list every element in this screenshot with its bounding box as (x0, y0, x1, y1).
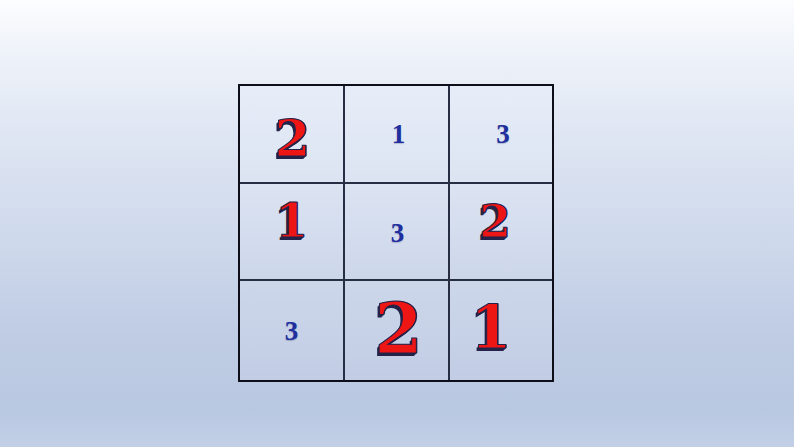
grid-cell-r1c2[interactable]: 1 (345, 86, 450, 184)
grid-cell-r1c3[interactable]: 3 (450, 86, 552, 184)
digit-r3c3: 1 (470, 298, 511, 357)
digit-r2c3: 2 (479, 199, 510, 244)
grid-cell-r3c1[interactable]: 3 (240, 281, 345, 380)
digit-r1c2: 1 (392, 121, 406, 148)
puzzle-grid: 2 1 3 1 3 2 3 2 1 (238, 84, 554, 382)
grid-cell-r3c2[interactable]: 2 (345, 281, 450, 380)
grid-cell-r2c3[interactable]: 2 (450, 184, 552, 281)
slide-background: 2 1 3 1 3 2 3 2 1 (0, 0, 794, 447)
digit-r3c1: 3 (285, 318, 299, 345)
grid-cell-r2c2[interactable]: 3 (345, 184, 450, 281)
grid-cell-r2c1[interactable]: 1 (240, 184, 345, 281)
digit-r2c1: 1 (275, 197, 308, 244)
grid-cell-r3c3[interactable]: 1 (450, 281, 552, 380)
digit-r1c3: 3 (496, 121, 510, 148)
digit-r1c1: 2 (275, 113, 311, 164)
digit-r2c2: 3 (391, 220, 405, 247)
grid-cell-r1c1[interactable]: 2 (240, 86, 345, 184)
digit-r3c2: 2 (374, 294, 422, 363)
